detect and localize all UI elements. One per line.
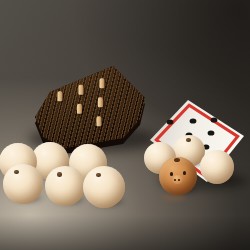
pig-eye-right: [183, 171, 186, 175]
balls-layer: [0, 0, 250, 250]
pig-nostril: [178, 179, 180, 181]
wooden-ball: [83, 166, 125, 208]
piglet-face-ball: [159, 157, 197, 195]
ball-hole: [174, 158, 180, 162]
ball-hole: [14, 170, 19, 175]
wooden-ball: [200, 150, 234, 184]
wooden-ball: [45, 166, 85, 206]
wooden-ball: [3, 164, 43, 204]
ball-hole: [186, 138, 191, 143]
ball-hole: [57, 172, 62, 177]
pig-snout: [172, 175, 183, 184]
product-photo-wooden-game: [0, 0, 250, 250]
pig-nostril: [174, 179, 176, 181]
ball-hole: [96, 173, 101, 178]
